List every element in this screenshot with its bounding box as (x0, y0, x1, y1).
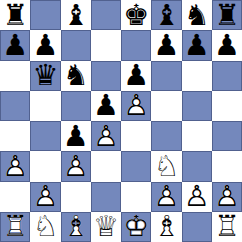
black-pawn: ♟ (63, 122, 89, 151)
square-b3[interactable] (30, 151, 60, 181)
square-g3[interactable] (182, 151, 212, 181)
square-f7[interactable]: ♟ (151, 30, 181, 60)
chess-board: ♜♝♚♝♞♜♟♟♟♟♟♛♞♟♟♟♙♟♟♙♟♙♟♙♞♘♟♙♟♙♟♙♟♙♜♖♞♘♝♗… (0, 0, 242, 242)
white-bishop-outline: ♗ (151, 212, 181, 242)
white-pawn-outline: ♙ (30, 182, 60, 212)
black-queen: ♛ (32, 61, 58, 90)
square-h3[interactable] (212, 151, 242, 181)
white-pawn: ♟♙ (61, 151, 91, 181)
white-knight-outline: ♘ (151, 151, 181, 181)
black-pawn: ♟ (2, 31, 28, 60)
square-c2[interactable] (61, 182, 91, 212)
square-f1[interactable]: ♝♗ (151, 212, 181, 242)
square-b8[interactable] (30, 0, 60, 30)
white-pawn: ♟♙ (151, 182, 181, 212)
square-b5[interactable] (30, 91, 60, 121)
square-e8[interactable]: ♚ (121, 0, 151, 30)
square-d6[interactable] (91, 61, 121, 91)
black-knight: ♞ (184, 1, 210, 30)
square-h2[interactable]: ♟♙ (212, 182, 242, 212)
white-pawn: ♟♙ (91, 121, 121, 151)
square-f8[interactable]: ♝ (151, 0, 181, 30)
black-rook: ♜ (2, 1, 28, 30)
square-e3[interactable] (121, 151, 151, 181)
square-e2[interactable] (121, 182, 151, 212)
white-rook-outline: ♖ (212, 212, 242, 242)
square-b1[interactable]: ♞♘ (30, 212, 60, 242)
square-c3[interactable]: ♟♙ (61, 151, 91, 181)
white-pawn-outline: ♙ (0, 151, 30, 181)
square-g2[interactable]: ♟♙ (182, 182, 212, 212)
square-d7[interactable] (91, 30, 121, 60)
square-d8[interactable] (91, 0, 121, 30)
square-c7[interactable] (61, 30, 91, 60)
black-rook: ♜ (214, 1, 240, 30)
square-b4[interactable] (30, 121, 60, 151)
black-knight: ♞ (63, 61, 89, 90)
square-a3[interactable]: ♟♙ (0, 151, 30, 181)
square-c4[interactable]: ♟ (61, 121, 91, 151)
black-king: ♚ (123, 1, 149, 30)
white-pawn-outline: ♙ (212, 182, 242, 212)
square-a1[interactable]: ♜♖ (0, 212, 30, 242)
square-a2[interactable] (0, 182, 30, 212)
black-bishop: ♝ (153, 1, 179, 30)
square-g7[interactable]: ♟ (182, 30, 212, 60)
square-h5[interactable] (212, 91, 242, 121)
square-c6[interactable]: ♞ (61, 61, 91, 91)
white-knight: ♞♘ (151, 151, 181, 181)
white-queen-outline: ♕ (91, 212, 121, 242)
square-d5[interactable]: ♟ (91, 91, 121, 121)
square-g6[interactable] (182, 61, 212, 91)
square-a7[interactable]: ♟ (0, 30, 30, 60)
black-pawn: ♟ (214, 31, 240, 60)
square-h1[interactable]: ♜♖ (212, 212, 242, 242)
white-pawn: ♟♙ (182, 182, 212, 212)
white-bishop: ♝♗ (61, 212, 91, 242)
white-pawn-outline: ♙ (182, 182, 212, 212)
square-d3[interactable] (91, 151, 121, 181)
white-pawn: ♟♙ (0, 151, 30, 181)
square-f3[interactable]: ♞♘ (151, 151, 181, 181)
square-e5[interactable]: ♟♙ (121, 91, 151, 121)
square-a8[interactable]: ♜ (0, 0, 30, 30)
square-e4[interactable] (121, 121, 151, 151)
black-pawn: ♟ (93, 91, 119, 120)
square-g1[interactable] (182, 212, 212, 242)
square-b6[interactable]: ♛ (30, 61, 60, 91)
white-pawn: ♟♙ (30, 182, 60, 212)
square-b2[interactable]: ♟♙ (30, 182, 60, 212)
square-b7[interactable]: ♟ (30, 30, 60, 60)
white-pawn: ♟♙ (121, 91, 151, 121)
black-pawn: ♟ (123, 61, 149, 90)
square-h6[interactable] (212, 61, 242, 91)
square-a6[interactable] (0, 61, 30, 91)
white-pawn-outline: ♙ (61, 151, 91, 181)
square-h7[interactable]: ♟ (212, 30, 242, 60)
square-g8[interactable]: ♞ (182, 0, 212, 30)
square-e6[interactable]: ♟ (121, 61, 151, 91)
square-c5[interactable] (61, 91, 91, 121)
white-rook: ♜♖ (212, 212, 242, 242)
black-pawn: ♟ (153, 31, 179, 60)
white-queen: ♛♕ (91, 212, 121, 242)
square-c8[interactable]: ♝ (61, 0, 91, 30)
square-f4[interactable] (151, 121, 181, 151)
square-a5[interactable] (0, 91, 30, 121)
square-h4[interactable] (212, 121, 242, 151)
square-f6[interactable] (151, 61, 181, 91)
square-f5[interactable] (151, 91, 181, 121)
square-d4[interactable]: ♟♙ (91, 121, 121, 151)
square-h8[interactable]: ♜ (212, 0, 242, 30)
white-knight: ♞♘ (30, 212, 60, 242)
white-pawn: ♟♙ (212, 182, 242, 212)
square-g5[interactable] (182, 91, 212, 121)
square-g4[interactable] (182, 121, 212, 151)
black-pawn: ♟ (32, 31, 58, 60)
white-pawn-outline: ♙ (121, 91, 151, 121)
white-pawn-outline: ♙ (151, 182, 181, 212)
white-king-outline: ♔ (121, 212, 151, 242)
black-bishop: ♝ (63, 1, 89, 30)
square-d1[interactable]: ♛♕ (91, 212, 121, 242)
white-rook-outline: ♖ (0, 212, 30, 242)
black-pawn: ♟ (184, 31, 210, 60)
square-e1[interactable]: ♚♔ (121, 212, 151, 242)
square-d2[interactable] (91, 182, 121, 212)
square-f2[interactable]: ♟♙ (151, 182, 181, 212)
white-king: ♚♔ (121, 212, 151, 242)
square-a4[interactable] (0, 121, 30, 151)
square-c1[interactable]: ♝♗ (61, 212, 91, 242)
square-e7[interactable] (121, 30, 151, 60)
white-bishop-outline: ♗ (61, 212, 91, 242)
white-pawn-outline: ♙ (91, 121, 121, 151)
white-knight-outline: ♘ (30, 212, 60, 242)
white-rook: ♜♖ (0, 212, 30, 242)
white-bishop: ♝♗ (151, 212, 181, 242)
